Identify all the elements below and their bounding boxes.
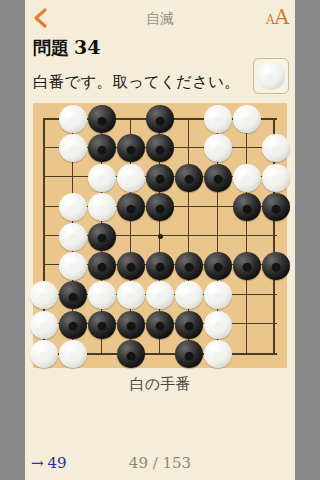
white-stone: ● <box>204 311 232 339</box>
problem-label: 問題 <box>33 38 69 58</box>
nav-bar: 自滅 AA <box>25 0 295 34</box>
problem-instruction: 白番です。取ってください。 <box>33 72 251 93</box>
black-stone: ● <box>146 252 174 280</box>
board-grid[interactable]: ●●●●●●●●●●●●●●●●●●●●●●●●●●●●●●●●●●●●●●●●… <box>43 118 275 353</box>
black-stone: ● <box>88 311 116 339</box>
black-stone: ● <box>59 281 87 309</box>
white-stone: ● <box>117 164 145 192</box>
white-stone: ● <box>59 223 87 251</box>
black-stone: ● <box>175 164 203 192</box>
black-stone: ● <box>233 252 261 280</box>
black-stone: ● <box>146 193 174 221</box>
black-stone: ● <box>88 105 116 133</box>
black-stone: ● <box>146 105 174 133</box>
white-stone: ● <box>59 134 87 162</box>
black-stone: ● <box>117 311 145 339</box>
white-stone: ● <box>30 340 58 368</box>
black-stone: ● <box>88 223 116 251</box>
star-point <box>158 234 163 239</box>
problem-number: 34 <box>74 36 100 58</box>
white-stone: ● <box>30 311 58 339</box>
white-stone: ● <box>146 281 174 309</box>
black-stone: ● <box>233 193 261 221</box>
white-stone: ● <box>204 340 232 368</box>
problem-heading: 問題 34 <box>33 36 100 60</box>
white-stone: ● <box>233 164 261 192</box>
white-stone: ● <box>204 281 232 309</box>
black-stone: ● <box>175 252 203 280</box>
white-stone: ● <box>204 134 232 162</box>
white-stone: ● <box>59 252 87 280</box>
black-stone: ● <box>117 340 145 368</box>
turn-status: 白の手番 <box>25 375 295 394</box>
black-stone: ● <box>59 311 87 339</box>
white-stone-icon: ● <box>257 62 285 90</box>
progress-counter: 49 / 153 <box>25 454 295 472</box>
white-stone: ● <box>262 164 290 192</box>
black-stone: ● <box>146 311 174 339</box>
black-stone: ● <box>88 252 116 280</box>
black-stone: ● <box>88 134 116 162</box>
white-stone: ● <box>30 281 58 309</box>
white-stone: ● <box>88 193 116 221</box>
page-title: 自滅 <box>85 10 235 28</box>
black-stone: ● <box>146 164 174 192</box>
app-screen: 自滅 AA 問題 34 白番です。取ってください。 ● ●●●●●●●●●●●●… <box>25 0 295 480</box>
black-stone: ● <box>146 134 174 162</box>
black-stone: ● <box>204 164 232 192</box>
black-stone: ● <box>117 252 145 280</box>
white-stone: ● <box>88 164 116 192</box>
black-stone: ● <box>262 193 290 221</box>
board-line <box>246 118 247 355</box>
white-stone: ● <box>59 193 87 221</box>
white-stone: ● <box>233 105 261 133</box>
text-size-button[interactable]: AA <box>255 4 289 30</box>
white-stone: ● <box>88 281 116 309</box>
chevron-left-icon <box>31 18 55 33</box>
go-board[interactable]: ●●●●●●●●●●●●●●●●●●●●●●●●●●●●●●●●●●●●●●●●… <box>33 103 287 368</box>
white-stone: ● <box>117 281 145 309</box>
black-stone: ● <box>175 340 203 368</box>
black-stone: ● <box>117 193 145 221</box>
white-stone: ● <box>59 340 87 368</box>
black-stone: ● <box>117 134 145 162</box>
white-stone: ● <box>59 105 87 133</box>
black-stone: ● <box>175 311 203 339</box>
white-stone: ● <box>262 134 290 162</box>
black-stone: ● <box>262 252 290 280</box>
bottom-bar: →49 49 / 153 <box>25 450 295 480</box>
white-stone: ● <box>175 281 203 309</box>
side-to-move-indicator: ● <box>253 58 289 94</box>
white-stone: ● <box>204 105 232 133</box>
black-stone: ● <box>204 252 232 280</box>
back-button[interactable] <box>31 6 55 30</box>
